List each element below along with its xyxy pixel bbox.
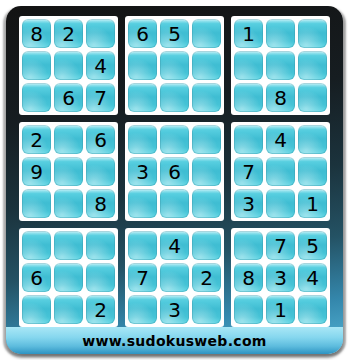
cell-r6-c6[interactable] <box>192 189 221 218</box>
block-r1-c2: 4731 <box>231 122 330 221</box>
cell-r5-c9[interactable] <box>298 157 327 186</box>
cell-r5-c2[interactable] <box>54 157 83 186</box>
cell-r5-c8[interactable] <box>266 157 295 186</box>
block-r2-c2: 758341 <box>231 228 330 327</box>
cell-r2-c9[interactable] <box>298 51 327 80</box>
cell-r9-c6[interactable] <box>192 295 221 324</box>
cell-r3-c4[interactable] <box>128 83 157 112</box>
cell-r5-c5[interactable]: 6 <box>160 157 189 186</box>
cell-r2-c1[interactable] <box>22 51 51 80</box>
cell-r2-c4[interactable] <box>128 51 157 80</box>
cell-r8-c5[interactable] <box>160 263 189 292</box>
cell-r3-c8[interactable]: 8 <box>266 83 295 112</box>
cell-r6-c4[interactable] <box>128 189 157 218</box>
cell-r9-c3[interactable]: 2 <box>86 295 115 324</box>
cell-r6-c2[interactable] <box>54 189 83 218</box>
cell-r7-c8[interactable]: 7 <box>266 231 295 260</box>
cell-r3-c2[interactable]: 6 <box>54 83 83 112</box>
cell-r4-c1[interactable]: 2 <box>22 125 51 154</box>
cell-r6-c7[interactable]: 3 <box>234 189 263 218</box>
footer-bar: www.sudokusweb.com <box>6 327 343 354</box>
cell-r9-c1[interactable] <box>22 295 51 324</box>
cell-r1-c7[interactable]: 1 <box>234 19 263 48</box>
cell-r4-c4[interactable] <box>128 125 157 154</box>
cell-r8-c1[interactable]: 6 <box>22 263 51 292</box>
cell-r5-c7[interactable]: 7 <box>234 157 263 186</box>
cell-r2-c7[interactable] <box>234 51 263 80</box>
block-r0-c2: 18 <box>231 16 330 115</box>
cell-r7-c7[interactable] <box>234 231 263 260</box>
cell-r3-c6[interactable] <box>192 83 221 112</box>
cell-r4-c8[interactable]: 4 <box>266 125 295 154</box>
cell-r1-c1[interactable]: 8 <box>22 19 51 48</box>
cell-r7-c9[interactable]: 5 <box>298 231 327 260</box>
cell-r1-c4[interactable]: 6 <box>128 19 157 48</box>
cell-r5-c6[interactable] <box>192 157 221 186</box>
cell-r1-c3[interactable] <box>86 19 115 48</box>
cell-r2-c5[interactable] <box>160 51 189 80</box>
cell-r6-c5[interactable] <box>160 189 189 218</box>
cell-r8-c3[interactable] <box>86 263 115 292</box>
block-r0-c0: 82467 <box>19 16 118 115</box>
cell-r2-c3[interactable]: 4 <box>86 51 115 80</box>
cell-r7-c5[interactable]: 4 <box>160 231 189 260</box>
cell-r9-c2[interactable] <box>54 295 83 324</box>
cell-r9-c7[interactable] <box>234 295 263 324</box>
cell-r9-c5[interactable]: 3 <box>160 295 189 324</box>
cell-r4-c2[interactable] <box>54 125 83 154</box>
cell-r7-c3[interactable] <box>86 231 115 260</box>
cell-r6-c3[interactable]: 8 <box>86 189 115 218</box>
cell-r3-c3[interactable]: 7 <box>86 83 115 112</box>
cell-r8-c9[interactable]: 4 <box>298 263 327 292</box>
cell-r6-c8[interactable] <box>266 189 295 218</box>
cell-r1-c5[interactable]: 5 <box>160 19 189 48</box>
cell-r3-c5[interactable] <box>160 83 189 112</box>
cell-r7-c6[interactable] <box>192 231 221 260</box>
block-r1-c1: 36 <box>125 122 224 221</box>
cell-r1-c2[interactable]: 2 <box>54 19 83 48</box>
website-link[interactable]: www.sudokusweb.com <box>82 333 266 349</box>
cell-r1-c9[interactable] <box>298 19 327 48</box>
cell-r3-c1[interactable] <box>22 83 51 112</box>
cell-r8-c8[interactable]: 3 <box>266 263 295 292</box>
block-r2-c0: 62 <box>19 228 118 327</box>
cell-r4-c6[interactable] <box>192 125 221 154</box>
cell-r8-c4[interactable]: 7 <box>128 263 157 292</box>
block-r1-c0: 2698 <box>19 122 118 221</box>
cell-r8-c6[interactable]: 2 <box>192 263 221 292</box>
block-r0-c1: 65 <box>125 16 224 115</box>
cell-r7-c4[interactable] <box>128 231 157 260</box>
cell-r6-c1[interactable] <box>22 189 51 218</box>
cell-r7-c2[interactable] <box>54 231 83 260</box>
cell-r5-c1[interactable]: 9 <box>22 157 51 186</box>
cell-r8-c2[interactable] <box>54 263 83 292</box>
cell-r1-c6[interactable] <box>192 19 221 48</box>
cell-r3-c7[interactable] <box>234 83 263 112</box>
cell-r8-c7[interactable]: 8 <box>234 263 263 292</box>
block-r2-c1: 4723 <box>125 228 224 327</box>
cell-r4-c5[interactable] <box>160 125 189 154</box>
cell-r6-c9[interactable]: 1 <box>298 189 327 218</box>
cell-r2-c8[interactable] <box>266 51 295 80</box>
sudoku-grid: 8246765182698364731624723758341 <box>19 16 330 327</box>
sudoku-board-card: 8246765182698364731624723758341 www.sudo… <box>6 6 343 354</box>
cell-r5-c3[interactable] <box>86 157 115 186</box>
cell-r9-c8[interactable]: 1 <box>266 295 295 324</box>
cell-r3-c9[interactable] <box>298 83 327 112</box>
cell-r1-c8[interactable] <box>266 19 295 48</box>
cell-r2-c6[interactable] <box>192 51 221 80</box>
cell-r7-c1[interactable] <box>22 231 51 260</box>
cell-r4-c7[interactable] <box>234 125 263 154</box>
cell-r9-c4[interactable] <box>128 295 157 324</box>
cell-r4-c9[interactable] <box>298 125 327 154</box>
cell-r9-c9[interactable] <box>298 295 327 324</box>
cell-r5-c4[interactable]: 3 <box>128 157 157 186</box>
cell-r4-c3[interactable]: 6 <box>86 125 115 154</box>
cell-r2-c2[interactable] <box>54 51 83 80</box>
